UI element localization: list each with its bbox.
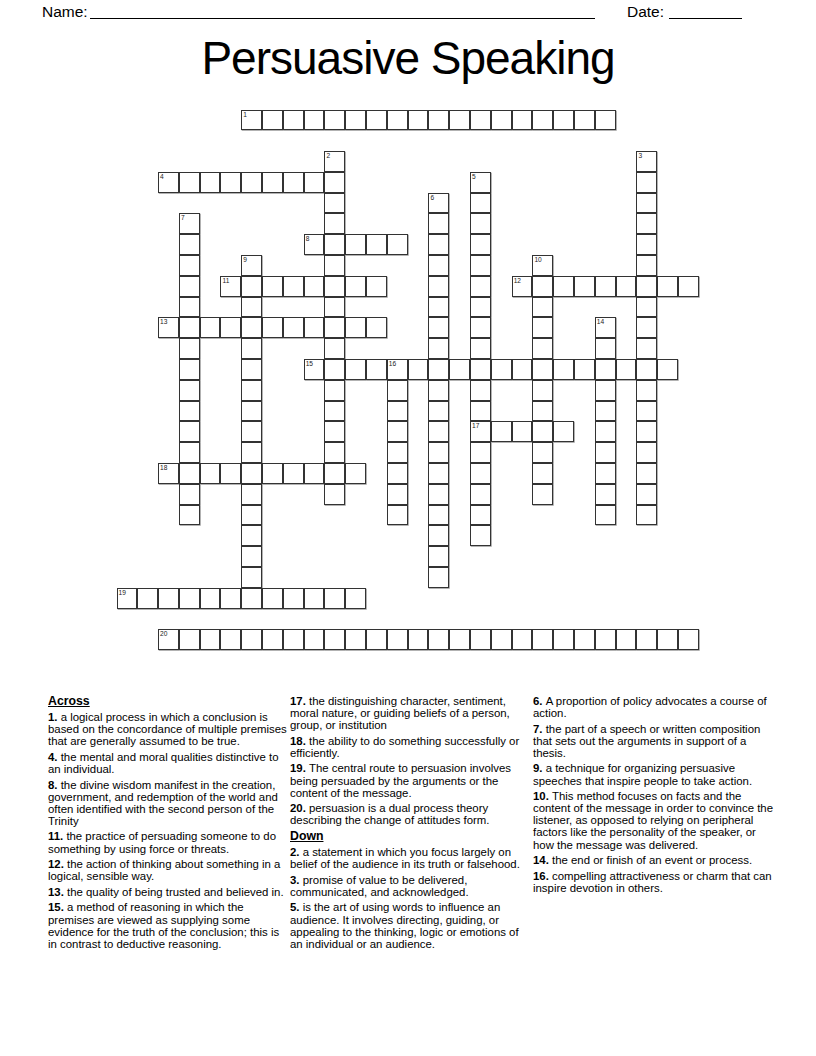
empty-space (657, 151, 678, 172)
cell-r10c6[interactable] (241, 317, 262, 338)
cell-r20c6[interactable] (241, 525, 262, 546)
cell-r21c15[interactable] (428, 546, 449, 567)
cell-r11c23[interactable] (595, 338, 616, 359)
name-blank-line[interactable] (90, 2, 595, 19)
cell-r17c4[interactable] (200, 463, 221, 484)
cell-r11c3[interactable] (179, 338, 200, 359)
cell-r8c7[interactable] (262, 276, 283, 297)
cell-r2c25[interactable]: 3 (636, 151, 657, 172)
cell-r12c13[interactable]: 16 (387, 359, 408, 380)
cell-r3c7[interactable] (262, 172, 283, 193)
empty-space (262, 338, 283, 359)
cell-r15c13[interactable] (387, 421, 408, 442)
cell-r7c15[interactable] (428, 255, 449, 276)
cell-r9c20[interactable] (532, 297, 553, 318)
empty-space (262, 234, 283, 255)
cell-r6c9[interactable]: 8 (304, 234, 325, 255)
cell-r23c6[interactable] (241, 588, 262, 609)
cell-r10c7[interactable] (262, 317, 283, 338)
empty-space (283, 213, 304, 234)
cell-r19c17[interactable] (470, 505, 491, 526)
cell-r6c12[interactable] (366, 234, 387, 255)
cell-r10c4[interactable] (200, 317, 221, 338)
cell-r14c10[interactable] (324, 401, 345, 422)
cell-r17c2[interactable]: 18 (158, 463, 179, 484)
cell-r6c15[interactable] (428, 234, 449, 255)
cell-r10c15[interactable] (428, 317, 449, 338)
cell-r15c10[interactable] (324, 421, 345, 442)
cell-r5c10[interactable] (324, 213, 345, 234)
cell-r25c13[interactable] (387, 629, 408, 650)
clue-number-4: 4 (160, 173, 164, 181)
cell-r0c13[interactable] (387, 110, 408, 131)
cell-r25c12[interactable] (366, 629, 387, 650)
cell-r4c15[interactable]: 6 (428, 193, 449, 214)
cell-r15c25[interactable] (636, 421, 657, 442)
cell-r17c23[interactable] (595, 463, 616, 484)
cell-r6c3[interactable] (179, 234, 200, 255)
empty-space (678, 297, 699, 318)
cell-r23c8[interactable] (283, 588, 304, 609)
clue-16: 16. compelling attractiveness or charm t… (533, 870, 773, 894)
cell-r25c6[interactable] (241, 629, 262, 650)
empty-space (158, 234, 179, 255)
cell-r10c25[interactable] (636, 317, 657, 338)
empty-space (137, 359, 158, 380)
cell-r3c17[interactable]: 5 (470, 172, 491, 193)
cell-r7c25[interactable] (636, 255, 657, 276)
cell-r0c20[interactable] (532, 110, 553, 131)
cell-r3c10[interactable] (324, 172, 345, 193)
cell-r0c12[interactable] (366, 110, 387, 131)
cell-r8c6[interactable] (241, 276, 262, 297)
cell-r0c21[interactable] (553, 110, 574, 131)
cell-r8c5[interactable]: 11 (220, 276, 241, 297)
cell-r3c2[interactable]: 4 (158, 172, 179, 193)
cell-r8c26[interactable] (657, 276, 678, 297)
cell-r17c8[interactable] (283, 463, 304, 484)
empty-space (678, 255, 699, 276)
cell-r18c25[interactable] (636, 484, 657, 505)
cell-r25c5[interactable] (220, 629, 241, 650)
cell-r4c17[interactable] (470, 193, 491, 214)
cell-r14c15[interactable] (428, 401, 449, 422)
empty-space (345, 151, 366, 172)
cell-r3c6[interactable] (241, 172, 262, 193)
cell-r25c24[interactable] (616, 629, 637, 650)
cell-r4c25[interactable] (636, 193, 657, 214)
cell-r5c17[interactable] (470, 213, 491, 234)
cell-r12c12[interactable] (366, 359, 387, 380)
cell-r12c15[interactable] (428, 359, 449, 380)
cell-r12c22[interactable] (574, 359, 595, 380)
cell-r8c17[interactable] (470, 276, 491, 297)
cell-r18c15[interactable] (428, 484, 449, 505)
cell-r18c13[interactable] (387, 484, 408, 505)
cell-r6c11[interactable] (345, 234, 366, 255)
cell-r25c25[interactable] (636, 629, 657, 650)
cell-r14c3[interactable] (179, 401, 200, 422)
cell-r18c10[interactable] (324, 484, 345, 505)
cell-r0c15[interactable] (428, 110, 449, 131)
cell-r23c9[interactable] (304, 588, 325, 609)
cell-r16c10[interactable] (324, 442, 345, 463)
cell-r18c17[interactable] (470, 484, 491, 505)
cell-r20c17[interactable] (470, 525, 491, 546)
cell-r8c19[interactable]: 12 (512, 276, 533, 297)
cell-r23c11[interactable] (345, 588, 366, 609)
empty-space (553, 442, 574, 463)
clue-14: 14. the end or finish of an event or pro… (533, 854, 773, 866)
cell-r12c25[interactable] (636, 359, 657, 380)
cell-r16c23[interactable] (595, 442, 616, 463)
cell-r25c19[interactable] (512, 629, 533, 650)
cell-r15c20[interactable] (532, 421, 553, 442)
cell-r15c3[interactable] (179, 421, 200, 442)
cell-r10c2[interactable]: 13 (158, 317, 179, 338)
empty-space (345, 338, 366, 359)
cell-r13c25[interactable] (636, 380, 657, 401)
cell-r10c5[interactable] (220, 317, 241, 338)
cell-r7c3[interactable] (179, 255, 200, 276)
cell-r22c15[interactable] (428, 567, 449, 588)
date-label: Date: (627, 3, 664, 21)
cell-r12c20[interactable] (532, 359, 553, 380)
cell-r7c10[interactable] (324, 255, 345, 276)
cell-r16c13[interactable] (387, 442, 408, 463)
empty-space (408, 276, 429, 297)
cell-r17c15[interactable] (428, 463, 449, 484)
cell-r0c10[interactable] (324, 110, 345, 131)
empty-space (553, 213, 574, 234)
empty-space (532, 193, 553, 214)
cell-r12c3[interactable] (179, 359, 200, 380)
cell-r13c20[interactable] (532, 380, 553, 401)
cell-r5c3[interactable]: 7 (179, 213, 200, 234)
cell-r10c17[interactable] (470, 317, 491, 338)
clue-6: 6. A proportion of policy advocates a co… (533, 695, 773, 719)
cell-r6c17[interactable] (470, 234, 491, 255)
cell-r10c11[interactable] (345, 317, 366, 338)
cell-r22c6[interactable] (241, 567, 262, 588)
cell-r17c25[interactable] (636, 463, 657, 484)
cell-r8c20[interactable] (532, 276, 553, 297)
cell-r0c14[interactable] (408, 110, 429, 131)
cell-r9c17[interactable] (470, 297, 491, 318)
cell-r23c5[interactable] (220, 588, 241, 609)
cell-r8c12[interactable] (366, 276, 387, 297)
cell-r12c26[interactable] (657, 359, 678, 380)
empty-space (532, 213, 553, 234)
cell-r9c25[interactable] (636, 297, 657, 318)
cell-r11c20[interactable] (532, 338, 553, 359)
cell-r3c5[interactable] (220, 172, 241, 193)
cell-r14c17[interactable] (470, 401, 491, 422)
cell-r3c25[interactable] (636, 172, 657, 193)
cell-r0c17[interactable] (470, 110, 491, 131)
cell-r17c20[interactable] (532, 463, 553, 484)
cell-r14c6[interactable] (241, 401, 262, 422)
cell-r25c23[interactable] (595, 629, 616, 650)
cell-r18c23[interactable] (595, 484, 616, 505)
cell-r0c18[interactable] (491, 110, 512, 131)
cell-r12c21[interactable] (553, 359, 574, 380)
cell-r10c23[interactable]: 14 (595, 317, 616, 338)
cell-r13c15[interactable] (428, 380, 449, 401)
cell-r5c15[interactable] (428, 213, 449, 234)
cell-r25c17[interactable] (470, 629, 491, 650)
cell-r11c10[interactable] (324, 338, 345, 359)
cell-r12c6[interactable] (241, 359, 262, 380)
cell-r10c10[interactable] (324, 317, 345, 338)
cell-r25c7[interactable] (262, 629, 283, 650)
empty-space (366, 525, 387, 546)
cell-r3c9[interactable] (304, 172, 325, 193)
cell-r12c9[interactable]: 15 (304, 359, 325, 380)
cell-r16c17[interactable] (470, 442, 491, 463)
cell-r9c3[interactable] (179, 297, 200, 318)
cell-r16c15[interactable] (428, 442, 449, 463)
cell-r16c25[interactable] (636, 442, 657, 463)
cell-r0c23[interactable] (595, 110, 616, 131)
cell-r15c15[interactable] (428, 421, 449, 442)
cell-r6c10[interactable] (324, 234, 345, 255)
cell-r3c3[interactable] (179, 172, 200, 193)
cell-r5c25[interactable] (636, 213, 657, 234)
clue-number-13: 13 (160, 318, 167, 326)
cell-r25c26[interactable] (657, 629, 678, 650)
cell-r25c8[interactable] (283, 629, 304, 650)
cell-r10c12[interactable] (366, 317, 387, 338)
cell-r11c15[interactable] (428, 338, 449, 359)
cell-r6c13[interactable] (387, 234, 408, 255)
cell-r25c15[interactable] (428, 629, 449, 650)
cell-r23c3[interactable] (179, 588, 200, 609)
cell-r25c4[interactable] (200, 629, 221, 650)
cell-r17c10[interactable] (324, 463, 345, 484)
empty-space (449, 421, 470, 442)
cell-r8c27[interactable] (678, 276, 699, 297)
cell-r17c5[interactable] (220, 463, 241, 484)
cell-r0c16[interactable] (449, 110, 470, 131)
cell-r19c13[interactable] (387, 505, 408, 526)
cell-r0c19[interactable] (512, 110, 533, 131)
cell-r23c10[interactable] (324, 588, 345, 609)
cell-r25c14[interactable] (408, 629, 429, 650)
empty-space (512, 442, 533, 463)
cell-r10c20[interactable] (532, 317, 553, 338)
crossword-grid[interactable]: 1234567891011121314151617181920 (117, 110, 699, 651)
empty-space (449, 151, 470, 172)
cell-r8c21[interactable] (553, 276, 574, 297)
cell-r12c10[interactable] (324, 359, 345, 380)
cell-r25c21[interactable] (553, 629, 574, 650)
cell-r12c23[interactable] (595, 359, 616, 380)
cell-r25c9[interactable] (304, 629, 325, 650)
cell-r16c3[interactable] (179, 442, 200, 463)
cell-r11c6[interactable] (241, 338, 262, 359)
cell-r12c18[interactable] (491, 359, 512, 380)
cell-r4c10[interactable] (324, 193, 345, 214)
cell-r19c23[interactable] (595, 505, 616, 526)
cell-r15c17[interactable]: 17 (470, 421, 491, 442)
cell-r18c20[interactable] (532, 484, 553, 505)
empty-space (345, 380, 366, 401)
cell-r17c7[interactable] (262, 463, 283, 484)
cell-r0c9[interactable] (304, 110, 325, 131)
cell-r8c3[interactable] (179, 276, 200, 297)
cell-r7c6[interactable]: 9 (241, 255, 262, 276)
cell-r17c6[interactable] (241, 463, 262, 484)
cell-r6c25[interactable] (636, 234, 657, 255)
empty-space (220, 338, 241, 359)
cell-r8c9[interactable] (304, 276, 325, 297)
empty-space (408, 463, 429, 484)
cell-r19c15[interactable] (428, 505, 449, 526)
cell-r25c10[interactable] (324, 629, 345, 650)
cell-r12c19[interactable] (512, 359, 533, 380)
cell-r18c6[interactable] (241, 484, 262, 505)
cell-r21c6[interactable] (241, 546, 262, 567)
cell-r8c22[interactable] (574, 276, 595, 297)
cell-r25c22[interactable] (574, 629, 595, 650)
cell-r25c16[interactable] (449, 629, 470, 650)
cell-r13c10[interactable] (324, 380, 345, 401)
empty-space (532, 505, 553, 526)
cell-r0c7[interactable] (262, 110, 283, 131)
cell-r13c17[interactable] (470, 380, 491, 401)
cell-r15c18[interactable] (491, 421, 512, 442)
empty-space (574, 505, 595, 526)
cell-r12c16[interactable] (449, 359, 470, 380)
cell-r25c2[interactable]: 20 (158, 629, 179, 650)
empty-space (678, 359, 699, 380)
empty-space (553, 338, 574, 359)
empty-space (137, 380, 158, 401)
cell-r23c2[interactable] (158, 588, 179, 609)
cell-r19c25[interactable] (636, 505, 657, 526)
cell-r12c14[interactable] (408, 359, 429, 380)
empty-space (200, 567, 221, 588)
empty-space (616, 484, 637, 505)
cell-r12c11[interactable] (345, 359, 366, 380)
cell-r11c25[interactable] (636, 338, 657, 359)
cell-r0c8[interactable] (283, 110, 304, 131)
empty-space (137, 442, 158, 463)
empty-space (470, 567, 491, 588)
cell-r3c8[interactable] (283, 172, 304, 193)
cell-r12c17[interactable] (470, 359, 491, 380)
cell-r23c4[interactable] (200, 588, 221, 609)
empty-space (366, 213, 387, 234)
cell-r0c6[interactable]: 1 (241, 110, 262, 131)
empty-space (304, 567, 325, 588)
empty-space (117, 546, 138, 567)
cell-r19c6[interactable] (241, 505, 262, 526)
cell-r9c15[interactable] (428, 297, 449, 318)
cell-r7c20[interactable]: 10 (532, 255, 553, 276)
cell-r14c13[interactable] (387, 401, 408, 422)
cell-r13c3[interactable] (179, 380, 200, 401)
cell-r8c15[interactable] (428, 276, 449, 297)
cell-r15c19[interactable] (512, 421, 533, 442)
cell-r8c8[interactable] (283, 276, 304, 297)
cell-r8c10[interactable] (324, 276, 345, 297)
cell-r0c11[interactable] (345, 110, 366, 131)
cell-r25c20[interactable] (532, 629, 553, 650)
cell-r8c23[interactable] (595, 276, 616, 297)
cell-r8c25[interactable] (636, 276, 657, 297)
cell-r2c10[interactable]: 2 (324, 151, 345, 172)
cell-r12c24[interactable] (616, 359, 637, 380)
date-blank-line[interactable] (669, 2, 742, 19)
cell-r25c18[interactable] (491, 629, 512, 650)
empty-space (574, 588, 595, 609)
cell-r8c11[interactable] (345, 276, 366, 297)
cell-r11c17[interactable] (470, 338, 491, 359)
cell-r23c0[interactable]: 19 (117, 588, 138, 609)
cell-r16c20[interactable] (532, 442, 553, 463)
cell-r3c4[interactable] (200, 172, 221, 193)
cell-r13c23[interactable] (595, 380, 616, 401)
cell-r25c11[interactable] (345, 629, 366, 650)
cell-r14c25[interactable] (636, 401, 657, 422)
cell-r20c15[interactable] (428, 525, 449, 546)
empty-space (616, 213, 637, 234)
empty-space (200, 609, 221, 630)
empty-space (512, 338, 533, 359)
empty-space (220, 234, 241, 255)
cell-r10c8[interactable] (283, 317, 304, 338)
cell-r9c6[interactable] (241, 297, 262, 318)
cell-r9c10[interactable] (324, 297, 345, 318)
empty-space (283, 380, 304, 401)
cell-r15c6[interactable] (241, 421, 262, 442)
clue-number-10: 10 (534, 256, 541, 264)
empty-space (283, 546, 304, 567)
cell-r23c1[interactable] (137, 588, 158, 609)
cell-r10c3[interactable] (179, 317, 200, 338)
cell-r13c6[interactable] (241, 380, 262, 401)
cell-r18c3[interactable] (179, 484, 200, 505)
cell-r17c3[interactable] (179, 463, 200, 484)
cell-r15c23[interactable] (595, 421, 616, 442)
cell-r8c24[interactable] (616, 276, 637, 297)
clue-column-middle: 17. the distinguishing character, sentim… (290, 695, 530, 953)
cell-r25c27[interactable] (678, 629, 699, 650)
cell-r14c23[interactable] (595, 401, 616, 422)
clue-number-2: 2 (326, 152, 330, 160)
clue-7: 7. the part of a speech or written compo… (533, 723, 773, 759)
cell-r15c21[interactable] (553, 421, 574, 442)
cell-r7c17[interactable] (470, 255, 491, 276)
cell-r16c6[interactable] (241, 442, 262, 463)
cell-r23c7[interactable] (262, 588, 283, 609)
cell-r14c20[interactable] (532, 401, 553, 422)
empty-space (220, 110, 241, 131)
cell-r19c3[interactable] (179, 505, 200, 526)
cell-r25c3[interactable] (179, 629, 200, 650)
empty-space (220, 255, 241, 276)
cell-r17c11[interactable] (345, 463, 366, 484)
empty-space (137, 338, 158, 359)
cell-r17c13[interactable] (387, 463, 408, 484)
cell-r0c22[interactable] (574, 110, 595, 131)
cell-r17c17[interactable] (470, 463, 491, 484)
cell-r13c13[interactable] (387, 380, 408, 401)
cell-r10c9[interactable] (304, 317, 325, 338)
cell-r17c9[interactable] (304, 463, 325, 484)
